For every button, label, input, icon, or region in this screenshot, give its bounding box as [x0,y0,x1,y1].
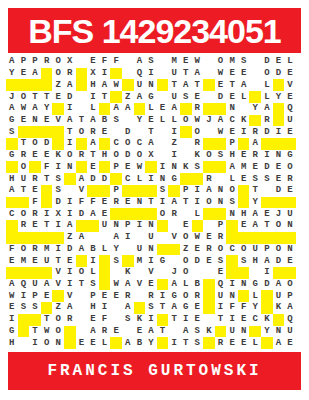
grid-cell: V [52,267,64,279]
grid-cell: A [6,185,18,197]
grid-cell [41,79,53,91]
grid-cell: A [238,79,250,91]
grid-cell: U [284,326,296,338]
grid-cell: R [87,126,99,138]
grid-cell [122,208,134,220]
grid-cell: C [6,208,18,220]
grid-cell: P [29,290,41,302]
grid-cell: A [261,255,273,267]
grid-cell: E [284,337,296,349]
grid-cell: I [134,220,146,232]
grid-cell [87,232,99,244]
grid-cell: U [168,68,180,80]
grid-cell: Q [215,279,227,291]
grid-cell: O [273,244,285,256]
grid-cell [6,197,18,209]
grid-cell: E [64,255,76,267]
grid-cell [110,126,122,138]
grid-cell: P [180,185,192,197]
grid-cell: U [29,279,41,291]
grid-cell: A [122,279,134,291]
grid-cell [203,279,215,291]
grid-cell [99,232,111,244]
grid-cell [99,279,111,291]
grid-cell [192,267,204,279]
grid-cell: S [180,91,192,103]
grid-cell: H [226,150,238,162]
grid-cell [41,267,53,279]
grid-cell: I [157,290,169,302]
grid-cell [122,115,134,127]
grid-cell: E [226,68,238,80]
grid-cell: A [168,279,180,291]
grid-cell: N [64,161,76,173]
grid-cell: W [110,279,122,291]
grid-cell: G [284,150,296,162]
grid-cell: R [192,103,204,115]
grid-cell: T [52,255,64,267]
grid-cell: O [180,267,192,279]
grid-cell [76,302,88,314]
grid-cell [261,302,273,314]
grid-cell [180,208,192,220]
grid-cell: I [122,232,134,244]
grid-cell: E [273,161,285,173]
grid-cell [110,91,122,103]
grid-cell [284,267,296,279]
grid-cell [122,79,134,91]
grid-cell: T [41,91,53,103]
grid-cell: H [87,79,99,91]
grid-cell: A [145,326,157,338]
grid-cell: E [134,326,146,338]
grid-cell [273,115,285,127]
grid-cell: A [6,103,18,115]
grid-cell [284,197,296,209]
grid-cell: E [6,302,18,314]
grid-cell: S [6,126,18,138]
grid-cell: R [76,150,88,162]
grid-cell: M [134,255,146,267]
grid-cell: N [215,185,227,197]
grid-cell: T [180,337,192,349]
grid-cell [180,150,192,162]
grid-cell: E [29,255,41,267]
grid-cell: S [110,115,122,127]
grid-cell: Y [261,326,273,338]
grid-cell: R [110,197,122,209]
grid-cell: N [273,326,285,338]
grid-cell [157,232,169,244]
grid-cell: E [192,314,204,326]
grid-cell: A [122,337,134,349]
grid-cell [76,79,88,91]
grid-cell: S [157,185,169,197]
grid-cell [134,185,146,197]
grid-cell: O [64,150,76,162]
grid-cell: I [6,314,18,326]
grid-cell: T [192,79,204,91]
grid-cell [273,267,285,279]
grid-cell: A [180,326,192,338]
grid-cell: S [52,173,64,185]
grid-cell: P [18,56,30,68]
grid-cell [64,173,76,185]
grid-cell: O [284,161,296,173]
grid-cell: A [180,79,192,91]
grid-cell: E [41,290,53,302]
grid-cell: E [110,326,122,338]
grid-cell: D [261,56,273,68]
grid-cell [110,314,122,326]
author-name: FRANCIS GURTOWSKI [47,363,261,379]
grid-cell: I [180,314,192,326]
grid-cell: Z [168,138,180,150]
grid-cell: K [261,314,273,326]
grid-cell [284,138,296,150]
grid-cell: E [284,185,296,197]
grid-cell: K [52,150,64,162]
grid-cell: R [99,326,111,338]
grid-cell [76,255,88,267]
grid-cell: I [261,150,273,162]
grid-cell [192,220,204,232]
grid-cell: O [215,244,227,256]
grid-cell [203,337,215,349]
grid-cell: A [64,79,76,91]
grid-cell: P [29,56,41,68]
grid-cell: O [110,150,122,162]
grid-cell: I [41,208,53,220]
grid-cell: I [168,337,180,349]
grid-cell: V [52,115,64,127]
grid-cell: I [52,161,64,173]
grid-cell: R [249,150,261,162]
grid-cell: O [18,244,30,256]
grid-cell: F [76,197,88,209]
grid-cell: T [168,79,180,91]
grid-cell: A [76,244,88,256]
grid-cell: E [99,208,111,220]
grid-cell [134,208,146,220]
grid-cell [76,56,88,68]
grid-cell: I [18,290,30,302]
grid-cell: Q [18,279,30,291]
grid-cell [157,267,169,279]
grid-cell: P [122,220,134,232]
grid-cell: B [87,244,99,256]
grid-cell [18,337,30,349]
grid-cell: L [180,279,192,291]
grid-cell [6,220,18,232]
grid-cell [122,326,134,338]
grid-cell: P [226,138,238,150]
grid-cell [134,232,146,244]
grid-cell [41,185,53,197]
grid-cell [41,197,53,209]
grid-cell [157,314,169,326]
grid-cell [134,290,146,302]
grid-cell: U [134,244,146,256]
grid-cell: K [122,267,134,279]
grid-cell: G [145,91,157,103]
grid-cell: E [203,232,215,244]
grid-cell: H [6,337,18,349]
grid-cell: S [192,337,204,349]
grid-cell: S [122,314,134,326]
grid-cell: K [203,326,215,338]
grid-cell: I [52,220,64,232]
grid-cell [261,197,273,209]
grid-cell [29,161,41,173]
grid-cell: I [157,197,169,209]
grid-cell: P [110,185,122,197]
grid-cell: R [29,173,41,185]
grid-cell [203,68,215,80]
grid-cell: Q [284,314,296,326]
grid-cell: T [18,138,30,150]
grid-cell [226,220,238,232]
grid-cell [215,161,227,173]
grid-cell: O [180,290,192,302]
grid-cell: D [215,91,227,103]
grid-cell: A [99,79,111,91]
grid-cell: N [226,208,238,220]
grid-cell [6,138,18,150]
grid-cell: I [145,68,157,80]
grid-cell: A [168,302,180,314]
grid-cell: E [52,91,64,103]
grid-cell [249,326,261,338]
grid-cell: P [110,161,122,173]
grid-cell: T [29,326,41,338]
grid-cell [18,197,30,209]
grid-cell [29,267,41,279]
grid-cell: A [87,326,99,338]
grid-cell: Y [249,103,261,115]
grid-cell [203,267,215,279]
grid-cell [110,173,122,185]
grid-cell [6,79,18,91]
grid-cell: I [273,126,285,138]
grid-cell: O [157,208,169,220]
grid-cell: O [180,232,192,244]
grid-cell: A [29,103,41,115]
grid-cell: M [226,56,238,68]
grid-cell [203,79,215,91]
grid-cell: D [41,138,53,150]
grid-cell: A [6,279,18,291]
grid-cell: O [52,314,64,326]
grid-cell: E [273,173,285,185]
grid-cell: S [192,326,204,338]
grid-cell: L [192,208,204,220]
grid-cell [215,208,227,220]
grid-cell: E [29,220,41,232]
grid-cell [52,126,64,138]
grid-cell [273,232,285,244]
grid-cell: F [99,314,111,326]
grid-cell: R [203,173,215,185]
grid-cell: A [192,68,204,80]
grid-cell [180,126,192,138]
grid-cell: U [226,326,238,338]
grid-cell: V [76,185,88,197]
grid-cell: A [87,115,99,127]
grid-cell: I [261,267,273,279]
grid-cell: O [18,208,30,220]
grid-cell: O [192,126,204,138]
grid-cell [76,91,88,103]
grid-cell: A [261,103,273,115]
grid-cell: Z [180,244,192,256]
grid-cell [18,79,30,91]
grid-cell: R [203,244,215,256]
grid-cell [29,314,41,326]
grid-cell [203,220,215,232]
grid-cell: T [29,91,41,103]
grid-cell: D [122,126,134,138]
grid-cell: I [215,302,227,314]
grid-cell: E [41,115,53,127]
grid-cell: I [52,244,64,256]
grid-cell [249,68,261,80]
grid-cell: E [261,208,273,220]
grid-cell [6,232,18,244]
grid-cell: W [215,126,227,138]
grid-cell [76,161,88,173]
grid-cell: R [29,208,41,220]
grid-cell [157,126,169,138]
grid-cell: A [76,232,88,244]
book-title: BFS 1429234051 [28,14,281,48]
grid-cell [226,232,238,244]
grid-cell [122,185,134,197]
grid-cell: D [122,150,134,162]
grid-cell: D [76,208,88,220]
grid-cell: L [261,91,273,103]
grid-cell: E [87,161,99,173]
grid-cell: P [87,290,99,302]
grid-cell: S [110,255,122,267]
grid-cell [99,138,111,150]
grid-cell: E [192,244,204,256]
grid-cell: R [18,220,30,232]
grid-cell: A [87,208,99,220]
grid-cell: Y [110,244,122,256]
grid-cell [284,232,296,244]
grid-cell: G [168,173,180,185]
grid-cell [273,138,285,150]
grid-cell: E [18,115,30,127]
grid-cell: N [145,220,157,232]
grid-cell: U [284,115,296,127]
grid-cell [134,267,146,279]
grid-cell: G [157,255,169,267]
grid-cell: L [134,173,146,185]
grid-cell: S [238,56,250,68]
grid-cell: F [226,302,238,314]
grid-cell [168,326,180,338]
grid-cell: R [261,115,273,127]
grid-cell: B [134,337,146,349]
grid-cell: T [41,220,53,232]
grid-cell: E [273,56,285,68]
grid-cell [157,279,169,291]
grid-cell [157,79,169,91]
grid-cell: E [192,91,204,103]
grid-cell: T [168,314,180,326]
grid-cell: I [64,279,76,291]
grid-cell [76,290,88,302]
grid-cell: O [122,138,134,150]
grid-cell: K [273,302,285,314]
grid-cell: G [249,279,261,291]
grid-cell: O [226,185,238,197]
grid-cell [41,302,53,314]
grid-cell [122,255,134,267]
grid-cell [122,244,134,256]
grid-cell: Y [41,103,53,115]
grid-cell: E [238,173,250,185]
grid-cell [18,326,30,338]
grid-cell: R [41,56,53,68]
grid-cell: E [249,161,261,173]
grid-cell: F [6,244,18,256]
grid-cell [41,68,53,80]
grid-cell: R [18,150,30,162]
grid-cell: O [180,115,192,127]
grid-cell: O [180,255,192,267]
grid-cell: F [99,56,111,68]
grid-cell: E [29,185,41,197]
grid-cell: W [192,56,204,68]
grid-cell: F [110,56,122,68]
grid-cell [203,314,215,326]
grid-cell: I [87,91,99,103]
grid-cell: G [180,302,192,314]
grid-cell: M [238,161,250,173]
grid-cell [249,79,261,91]
grid-cell: A [249,220,261,232]
grid-cell: J [203,115,215,127]
grid-cell: R [64,68,76,80]
grid-cell: O [18,161,30,173]
grid-cell: E [180,220,192,232]
grid-cell [180,103,192,115]
grid-cell: O [76,267,88,279]
grid-cell: L [99,244,111,256]
grid-cell [18,126,30,138]
grid-cell: R [249,126,261,138]
grid-cell [261,232,273,244]
grid-cell: S [52,185,64,197]
grid-cell [41,232,53,244]
grid-cell: A [76,173,88,185]
grid-cell: E [238,314,250,326]
grid-cell [6,267,18,279]
grid-cell [238,197,250,209]
grid-cell: I [64,267,76,279]
grid-cell: F [87,197,99,209]
grid-cell [6,161,18,173]
grid-cell [18,267,30,279]
grid-cell: S [261,173,273,185]
grid-cell: A [134,91,146,103]
grid-cell [99,267,111,279]
grid-cell: I [64,208,76,220]
grid-cell: T [76,279,88,291]
